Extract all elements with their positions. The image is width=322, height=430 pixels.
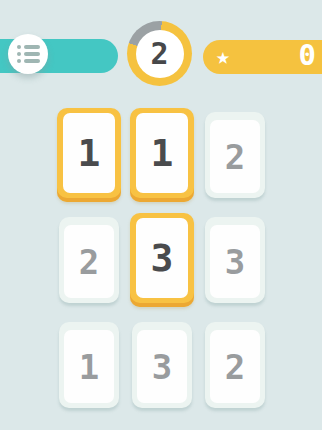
card[interactable]: 2	[205, 112, 265, 198]
card-face: 1	[63, 113, 115, 193]
timer-face: 2	[136, 30, 184, 78]
card-face: 3	[210, 225, 260, 298]
card-face: 2	[210, 330, 260, 403]
list-menu-icon	[17, 45, 40, 63]
card-value: 1	[151, 131, 174, 175]
score-value: 0	[299, 41, 316, 70]
card-face: 1	[136, 113, 188, 193]
card-face: 2	[210, 120, 260, 193]
card-selected[interactable]: 1	[57, 108, 121, 202]
timer-ring: 2	[127, 21, 192, 86]
card[interactable]: 1	[59, 322, 119, 408]
game-screen: 2 ★ 0 112233132	[0, 0, 322, 430]
card-face: 2	[64, 225, 114, 298]
card[interactable]: 3	[132, 322, 192, 408]
card-face: 1	[64, 330, 114, 403]
card-value: 2	[225, 137, 245, 177]
card-grid: 112233132	[57, 108, 267, 412]
card-value: 3	[225, 242, 245, 282]
card-face: 3	[137, 330, 187, 403]
card-value: 2	[225, 347, 245, 387]
card[interactable]: 2	[59, 217, 119, 303]
card-value: 2	[79, 242, 99, 282]
card-selected[interactable]: 3	[130, 213, 194, 307]
card-value: 3	[151, 236, 174, 280]
card-value: 1	[79, 347, 99, 387]
star-icon: ★	[216, 45, 230, 70]
card[interactable]: 2	[205, 322, 265, 408]
card-value: 1	[78, 131, 101, 175]
card[interactable]: 3	[205, 217, 265, 303]
timer-value: 2	[150, 39, 168, 69]
score-pill: ★ 0	[203, 40, 322, 74]
card-face: 3	[136, 218, 188, 298]
card-selected[interactable]: 1	[130, 108, 194, 202]
menu-button[interactable]	[8, 34, 48, 74]
card-value: 3	[152, 347, 172, 387]
